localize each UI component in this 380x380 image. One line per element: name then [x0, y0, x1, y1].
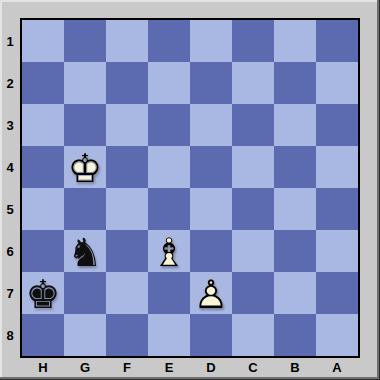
square-g8[interactable] [64, 314, 106, 356]
square-e5[interactable] [148, 188, 190, 230]
file-label-d: D [190, 358, 232, 380]
square-f3[interactable] [106, 104, 148, 146]
square-c2[interactable] [232, 62, 274, 104]
black-king[interactable]: ♚ [22, 272, 64, 314]
square-b6[interactable] [274, 230, 316, 272]
square-h8[interactable] [22, 314, 64, 356]
chessboard-window: 12345678 ♚♔♞♝♗♚♟♙ HGFEDCBA [0, 0, 380, 380]
rank-label-4: 4 [0, 146, 20, 188]
rank-label-3: 3 [0, 104, 20, 146]
white-pawn-outline: ♙ [194, 275, 229, 314]
board-frame: ♚♔♞♝♗♚♟♙ [20, 18, 360, 358]
square-b3[interactable] [274, 104, 316, 146]
square-a4[interactable] [316, 146, 358, 188]
square-g1[interactable] [64, 20, 106, 62]
square-f2[interactable] [106, 62, 148, 104]
square-d5[interactable] [190, 188, 232, 230]
square-b7[interactable] [274, 272, 316, 314]
square-d8[interactable] [190, 314, 232, 356]
square-e8[interactable] [148, 314, 190, 356]
white-bishop[interactable]: ♝♗ [148, 230, 190, 272]
rank-label-2: 2 [0, 62, 20, 104]
square-e6[interactable]: ♝♗ [148, 230, 190, 272]
file-label-g: G [64, 358, 106, 380]
square-g4[interactable]: ♚♔ [64, 146, 106, 188]
square-b8[interactable] [274, 314, 316, 356]
square-c3[interactable] [232, 104, 274, 146]
square-h7[interactable]: ♚ [22, 272, 64, 314]
rank-label-6: 6 [0, 230, 20, 272]
board: ♚♔♞♝♗♚♟♙ [22, 20, 358, 356]
square-g3[interactable] [64, 104, 106, 146]
square-a1[interactable] [316, 20, 358, 62]
black-knight[interactable]: ♞ [64, 230, 106, 272]
square-g2[interactable] [64, 62, 106, 104]
white-king[interactable]: ♚♔ [64, 146, 106, 188]
rank-label-7: 7 [0, 272, 20, 314]
file-label-f: F [106, 358, 148, 380]
square-e4[interactable] [148, 146, 190, 188]
file-label-a: A [316, 358, 358, 380]
square-a7[interactable] [316, 272, 358, 314]
square-e7[interactable] [148, 272, 190, 314]
file-label-h: H [22, 358, 64, 380]
square-e3[interactable] [148, 104, 190, 146]
square-a5[interactable] [316, 188, 358, 230]
square-b1[interactable] [274, 20, 316, 62]
square-c5[interactable] [232, 188, 274, 230]
white-bishop-outline: ♗ [152, 233, 187, 272]
square-d6[interactable] [190, 230, 232, 272]
square-a2[interactable] [316, 62, 358, 104]
file-label-b: B [274, 358, 316, 380]
rank-labels: 12345678 [0, 20, 20, 356]
square-c1[interactable] [232, 20, 274, 62]
square-d4[interactable] [190, 146, 232, 188]
file-label-c: C [232, 358, 274, 380]
square-d7[interactable]: ♟♙ [190, 272, 232, 314]
square-c4[interactable] [232, 146, 274, 188]
file-label-e: E [148, 358, 190, 380]
square-e2[interactable] [148, 62, 190, 104]
square-c8[interactable] [232, 314, 274, 356]
square-d1[interactable] [190, 20, 232, 62]
square-g6[interactable]: ♞ [64, 230, 106, 272]
black-knight-glyph: ♞ [68, 233, 103, 272]
square-f6[interactable] [106, 230, 148, 272]
square-a6[interactable] [316, 230, 358, 272]
square-c6[interactable] [232, 230, 274, 272]
square-h2[interactable] [22, 62, 64, 104]
square-b4[interactable] [274, 146, 316, 188]
square-h5[interactable] [22, 188, 64, 230]
square-g5[interactable] [64, 188, 106, 230]
rank-label-8: 8 [0, 314, 20, 356]
white-king-outline: ♔ [68, 149, 103, 188]
square-d2[interactable] [190, 62, 232, 104]
square-f4[interactable] [106, 146, 148, 188]
black-king-glyph: ♚ [26, 275, 61, 314]
square-f1[interactable] [106, 20, 148, 62]
rank-label-1: 1 [0, 20, 20, 62]
file-labels: HGFEDCBA [22, 358, 358, 380]
square-c7[interactable] [232, 272, 274, 314]
white-pawn[interactable]: ♟♙ [190, 272, 232, 314]
square-e1[interactable] [148, 20, 190, 62]
square-a8[interactable] [316, 314, 358, 356]
square-d3[interactable] [190, 104, 232, 146]
square-h6[interactable] [22, 230, 64, 272]
rank-label-5: 5 [0, 188, 20, 230]
square-b2[interactable] [274, 62, 316, 104]
square-f8[interactable] [106, 314, 148, 356]
square-h1[interactable] [22, 20, 64, 62]
square-a3[interactable] [316, 104, 358, 146]
square-g7[interactable] [64, 272, 106, 314]
square-f7[interactable] [106, 272, 148, 314]
square-f5[interactable] [106, 188, 148, 230]
square-b5[interactable] [274, 188, 316, 230]
square-h3[interactable] [22, 104, 64, 146]
square-h4[interactable] [22, 146, 64, 188]
